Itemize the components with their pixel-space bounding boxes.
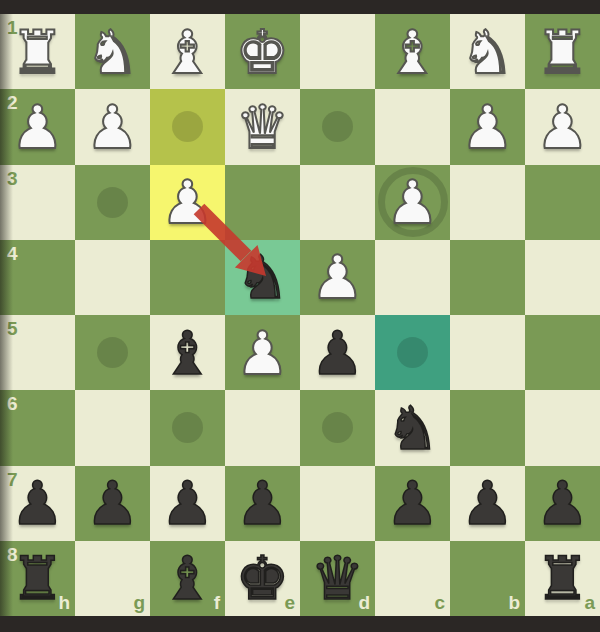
square-f3[interactable]: ♟ [150,165,225,240]
file-label-d: d [358,593,370,612]
square-d4[interactable]: ♟ [300,240,375,315]
square-e2[interactable]: ♛ [225,89,300,164]
chess-app-screen: ♜1♞♝♚♝♞♜♟2♟♛♟♟3♟♟4♞♟5♝♟♟6♞♟7♟♟♟♟♟♟♜8hg♝f… [0,0,600,632]
white-queen[interactable]: ♛ [236,97,290,157]
square-a3[interactable] [525,165,600,240]
square-f1[interactable]: ♝ [150,14,225,89]
square-d3[interactable] [300,165,375,240]
square-h4[interactable]: 4 [0,240,75,315]
square-e5[interactable]: ♟ [225,315,300,390]
black-pawn[interactable]: ♟ [86,473,140,533]
square-b2[interactable]: ♟ [450,89,525,164]
square-f5[interactable]: ♝ [150,315,225,390]
black-bishop[interactable]: ♝ [161,548,215,608]
white-pawn[interactable]: ♟ [461,97,515,157]
file-label-f: f [214,593,220,612]
square-d1[interactable] [300,14,375,89]
white-bishop[interactable]: ♝ [386,22,440,82]
top-letterbox-bar [0,0,600,14]
square-a1[interactable]: ♜ [525,14,600,89]
rank-label-4: 4 [7,244,18,263]
white-pawn[interactable]: ♟ [11,97,65,157]
black-pawn[interactable]: ♟ [11,473,65,533]
square-b1[interactable]: ♞ [450,14,525,89]
move-hint-dot-f6 [172,412,203,443]
square-c1[interactable]: ♝ [375,14,450,89]
white-pawn[interactable]: ♟ [311,247,365,307]
square-d5[interactable]: ♟ [300,315,375,390]
square-h7[interactable]: ♟7 [0,466,75,541]
square-e3[interactable] [225,165,300,240]
file-label-b: b [508,593,520,612]
move-hint-dot-g5 [97,337,128,368]
black-pawn[interactable]: ♟ [311,323,365,383]
square-f8[interactable]: ♝f [150,541,225,616]
square-g8[interactable]: g [75,541,150,616]
square-h6[interactable]: 6 [0,390,75,465]
black-rook[interactable]: ♜ [11,548,65,608]
black-queen[interactable]: ♛ [311,548,365,608]
file-label-h: h [58,593,70,612]
white-rook[interactable]: ♜ [536,22,590,82]
square-d6[interactable] [300,390,375,465]
white-king[interactable]: ♚ [236,22,290,82]
white-pawn[interactable]: ♟ [161,172,215,232]
rank-label-1: 1 [7,18,18,37]
chess-board[interactable]: ♜1♞♝♚♝♞♜♟2♟♛♟♟3♟♟4♞♟5♝♟♟6♞♟7♟♟♟♟♟♟♜8hg♝f… [0,14,600,616]
square-e6[interactable] [225,390,300,465]
square-g7[interactable]: ♟ [75,466,150,541]
square-c6[interactable]: ♞ [375,390,450,465]
square-e1[interactable]: ♚ [225,14,300,89]
square-c4[interactable] [375,240,450,315]
black-knight[interactable]: ♞ [386,398,440,458]
black-bishop[interactable]: ♝ [161,323,215,383]
square-e4[interactable]: ♞ [225,240,300,315]
white-pawn[interactable]: ♟ [86,97,140,157]
square-b5[interactable] [450,315,525,390]
black-pawn[interactable]: ♟ [236,473,290,533]
square-a4[interactable] [525,240,600,315]
square-e7[interactable]: ♟ [225,466,300,541]
black-king[interactable]: ♚ [236,548,290,608]
square-a2[interactable]: ♟ [525,89,600,164]
bottom-letterbox-bar [0,616,600,632]
black-pawn[interactable]: ♟ [161,473,215,533]
rank-label-5: 5 [7,319,18,338]
file-label-a: a [584,593,595,612]
square-h3[interactable]: 3 [0,165,75,240]
square-c2[interactable] [375,89,450,164]
square-g2[interactable]: ♟ [75,89,150,164]
square-f7[interactable]: ♟ [150,466,225,541]
move-hint-dot-c5 [397,337,428,368]
square-g6[interactable] [75,390,150,465]
square-b8[interactable]: b [450,541,525,616]
rank-label-2: 2 [7,93,18,112]
square-c5[interactable] [375,315,450,390]
square-d7[interactable] [300,466,375,541]
square-g1[interactable]: ♞ [75,14,150,89]
black-pawn[interactable]: ♟ [536,473,590,533]
square-d2[interactable] [300,89,375,164]
square-c3[interactable]: ♟ [375,165,450,240]
square-b7[interactable]: ♟ [450,466,525,541]
square-h5[interactable]: 5 [0,315,75,390]
square-g4[interactable] [75,240,150,315]
file-label-e: e [284,593,295,612]
square-a5[interactable] [525,315,600,390]
square-b4[interactable] [450,240,525,315]
white-pawn[interactable]: ♟ [236,323,290,383]
rank-label-8: 8 [7,545,18,564]
square-e8[interactable]: ♚e [225,541,300,616]
white-pawn[interactable]: ♟ [536,97,590,157]
square-f6[interactable] [150,390,225,465]
rank-label-6: 6 [7,394,18,413]
square-a8[interactable]: ♜a [525,541,600,616]
file-label-g: g [133,593,145,612]
white-pawn[interactable]: ♟ [386,172,440,232]
black-knight[interactable]: ♞ [236,247,290,307]
black-rook[interactable]: ♜ [536,548,590,608]
square-f2[interactable] [150,89,225,164]
white-knight[interactable]: ♞ [86,22,140,82]
white-rook[interactable]: ♜ [11,22,65,82]
file-label-c: c [434,593,445,612]
black-pawn[interactable]: ♟ [386,473,440,533]
move-hint-dot-d2 [322,111,353,142]
rank-label-7: 7 [7,470,18,489]
square-b6[interactable] [450,390,525,465]
square-h2[interactable]: ♟2 [0,89,75,164]
white-knight[interactable]: ♞ [461,22,515,82]
square-h1[interactable]: ♜1 [0,14,75,89]
square-a7[interactable]: ♟ [525,466,600,541]
move-hint-dot-d6 [322,412,353,443]
square-a6[interactable] [525,390,600,465]
move-hint-dot-f2 [172,111,203,142]
move-hint-dot-g3 [97,187,128,218]
square-f4[interactable] [150,240,225,315]
square-h8[interactable]: ♜8h [0,541,75,616]
square-c8[interactable]: c [375,541,450,616]
square-d8[interactable]: ♛d [300,541,375,616]
black-pawn[interactable]: ♟ [461,473,515,533]
white-bishop[interactable]: ♝ [161,22,215,82]
square-c7[interactable]: ♟ [375,466,450,541]
square-g5[interactable] [75,315,150,390]
rank-label-3: 3 [7,169,18,188]
square-g3[interactable] [75,165,150,240]
square-b3[interactable] [450,165,525,240]
